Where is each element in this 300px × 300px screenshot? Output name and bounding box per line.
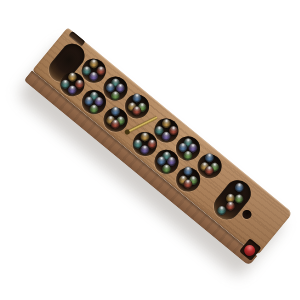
marble	[233, 181, 246, 194]
finger-hole	[241, 208, 254, 221]
photo-background: Wooden mancala (kalah) board with glass …	[0, 0, 300, 300]
mancala-board	[23, 27, 293, 267]
